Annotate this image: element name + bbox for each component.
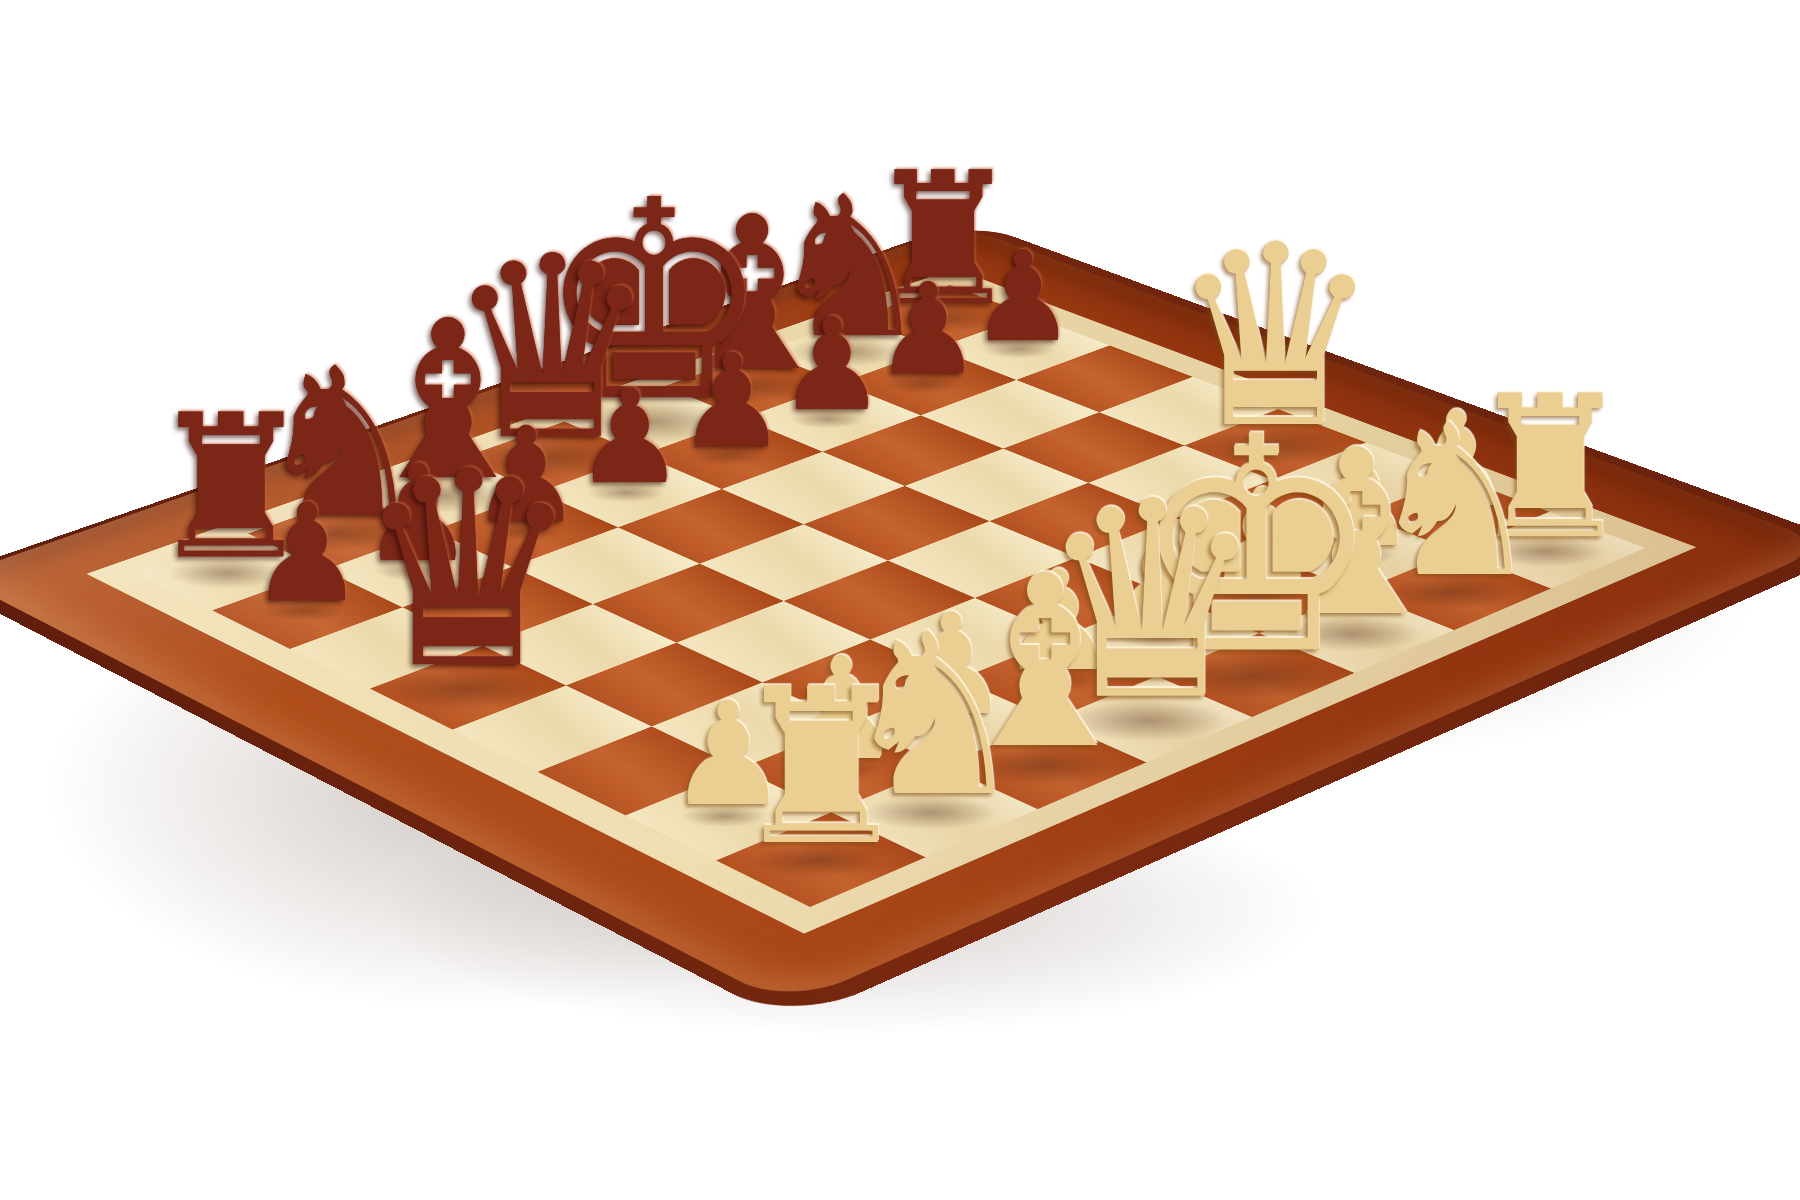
chess-product-photo: ♜♟♞♟♝♟♚♛♟♛♟♝♟♟♞♜♟♟♜♞♟♟♝♟♚♟♛♛♟♝♟♞♟♜ rnbqk… xyxy=(0,0,1800,1200)
board-squares xyxy=(137,285,1645,907)
chess-board xyxy=(137,285,1645,907)
